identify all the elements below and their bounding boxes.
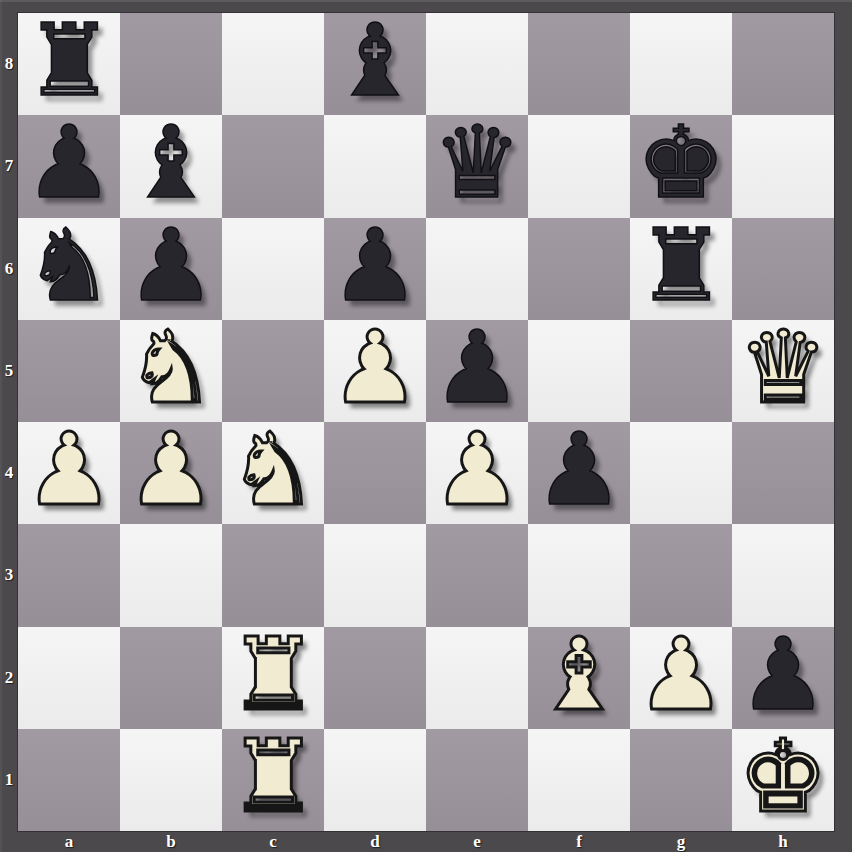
rank-label-5: 5 bbox=[0, 320, 18, 422]
file-label-c: c bbox=[222, 831, 324, 852]
piece-white-queen[interactable]: ♛ bbox=[738, 318, 828, 418]
piece-black-pawn[interactable]: ♟ bbox=[126, 216, 216, 316]
rank-label-6: 6 bbox=[0, 218, 18, 320]
piece-black-pawn[interactable]: ♟ bbox=[534, 420, 624, 520]
square-b7[interactable]: ♝ bbox=[120, 115, 222, 217]
square-g1[interactable] bbox=[630, 729, 732, 831]
square-a2[interactable] bbox=[18, 627, 120, 729]
file-labels: abcdefgh bbox=[18, 831, 834, 852]
square-d4[interactable] bbox=[324, 422, 426, 524]
piece-black-rook[interactable]: ♜ bbox=[24, 11, 114, 111]
square-h8[interactable] bbox=[732, 13, 834, 115]
square-e1[interactable] bbox=[426, 729, 528, 831]
square-a5[interactable] bbox=[18, 320, 120, 422]
piece-black-knight[interactable]: ♞ bbox=[24, 216, 114, 316]
square-d3[interactable] bbox=[324, 524, 426, 626]
piece-white-pawn[interactable]: ♟ bbox=[432, 420, 522, 520]
piece-white-pawn[interactable]: ♟ bbox=[126, 420, 216, 520]
square-c4[interactable]: ♞ bbox=[222, 422, 324, 524]
square-d6[interactable]: ♟ bbox=[324, 218, 426, 320]
piece-white-rook[interactable]: ♜ bbox=[228, 625, 318, 725]
square-h1[interactable]: ♚ bbox=[732, 729, 834, 831]
square-c8[interactable] bbox=[222, 13, 324, 115]
file-label-a: a bbox=[18, 831, 120, 852]
square-b4[interactable]: ♟ bbox=[120, 422, 222, 524]
piece-white-pawn[interactable]: ♟ bbox=[636, 625, 726, 725]
chess-board: ♜♝♟♝♛♚♞♟♟♜♞♟♟♛♟♟♞♟♟♜♝♟♟♜♚ bbox=[18, 13, 834, 831]
square-b1[interactable] bbox=[120, 729, 222, 831]
rank-label-8: 8 bbox=[0, 13, 18, 115]
piece-black-pawn[interactable]: ♟ bbox=[24, 113, 114, 213]
piece-black-queen[interactable]: ♛ bbox=[432, 113, 522, 213]
piece-black-bishop[interactable]: ♝ bbox=[126, 113, 216, 213]
square-h7[interactable] bbox=[732, 115, 834, 217]
square-c5[interactable] bbox=[222, 320, 324, 422]
piece-black-bishop[interactable]: ♝ bbox=[330, 11, 420, 111]
square-f8[interactable] bbox=[528, 13, 630, 115]
file-label-h: h bbox=[732, 831, 834, 852]
square-f2[interactable]: ♝ bbox=[528, 627, 630, 729]
square-d5[interactable]: ♟ bbox=[324, 320, 426, 422]
rank-label-2: 2 bbox=[0, 627, 18, 729]
square-b3[interactable] bbox=[120, 524, 222, 626]
square-a4[interactable]: ♟ bbox=[18, 422, 120, 524]
square-g8[interactable] bbox=[630, 13, 732, 115]
square-f6[interactable] bbox=[528, 218, 630, 320]
square-d1[interactable] bbox=[324, 729, 426, 831]
square-c7[interactable] bbox=[222, 115, 324, 217]
square-c1[interactable]: ♜ bbox=[222, 729, 324, 831]
chess-board-frame: 87654321 ♜♝♟♝♛♚♞♟♟♜♞♟♟♛♟♟♞♟♟♜♝♟♟♜♚ abcde… bbox=[0, 0, 852, 852]
square-a3[interactable] bbox=[18, 524, 120, 626]
square-a6[interactable]: ♞ bbox=[18, 218, 120, 320]
file-label-d: d bbox=[324, 831, 426, 852]
square-c3[interactable] bbox=[222, 524, 324, 626]
square-e5[interactable]: ♟ bbox=[426, 320, 528, 422]
piece-white-king[interactable]: ♚ bbox=[738, 727, 828, 827]
piece-white-pawn[interactable]: ♟ bbox=[330, 318, 420, 418]
square-b6[interactable]: ♟ bbox=[120, 218, 222, 320]
square-f3[interactable] bbox=[528, 524, 630, 626]
square-a7[interactable]: ♟ bbox=[18, 115, 120, 217]
square-b2[interactable] bbox=[120, 627, 222, 729]
square-c6[interactable] bbox=[222, 218, 324, 320]
piece-white-knight[interactable]: ♞ bbox=[228, 420, 318, 520]
square-d7[interactable] bbox=[324, 115, 426, 217]
square-f5[interactable] bbox=[528, 320, 630, 422]
square-e6[interactable] bbox=[426, 218, 528, 320]
piece-white-pawn[interactable]: ♟ bbox=[24, 420, 114, 520]
square-e3[interactable] bbox=[426, 524, 528, 626]
rank-label-7: 7 bbox=[0, 115, 18, 217]
square-e4[interactable]: ♟ bbox=[426, 422, 528, 524]
square-g2[interactable]: ♟ bbox=[630, 627, 732, 729]
square-h6[interactable] bbox=[732, 218, 834, 320]
piece-black-pawn[interactable]: ♟ bbox=[738, 625, 828, 725]
file-label-f: f bbox=[528, 831, 630, 852]
square-d8[interactable]: ♝ bbox=[324, 13, 426, 115]
piece-white-rook[interactable]: ♜ bbox=[228, 727, 318, 827]
piece-black-pawn[interactable]: ♟ bbox=[330, 216, 420, 316]
piece-white-knight[interactable]: ♞ bbox=[126, 318, 216, 418]
piece-black-king[interactable]: ♚ bbox=[636, 113, 726, 213]
rank-label-1: 1 bbox=[0, 729, 18, 831]
square-e7[interactable]: ♛ bbox=[426, 115, 528, 217]
square-a1[interactable] bbox=[18, 729, 120, 831]
square-f7[interactable] bbox=[528, 115, 630, 217]
square-h5[interactable]: ♛ bbox=[732, 320, 834, 422]
square-d2[interactable] bbox=[324, 627, 426, 729]
file-label-e: e bbox=[426, 831, 528, 852]
square-e8[interactable] bbox=[426, 13, 528, 115]
square-g3[interactable] bbox=[630, 524, 732, 626]
square-b8[interactable] bbox=[120, 13, 222, 115]
square-b5[interactable]: ♞ bbox=[120, 320, 222, 422]
square-h2[interactable]: ♟ bbox=[732, 627, 834, 729]
rank-label-4: 4 bbox=[0, 422, 18, 524]
rank-labels: 87654321 bbox=[0, 13, 18, 831]
rank-label-3: 3 bbox=[0, 524, 18, 626]
square-a8[interactable]: ♜ bbox=[18, 13, 120, 115]
file-label-g: g bbox=[630, 831, 732, 852]
square-f1[interactable] bbox=[528, 729, 630, 831]
square-g6[interactable]: ♜ bbox=[630, 218, 732, 320]
square-h3[interactable] bbox=[732, 524, 834, 626]
piece-white-bishop[interactable]: ♝ bbox=[534, 625, 624, 725]
square-g7[interactable]: ♚ bbox=[630, 115, 732, 217]
square-e2[interactable] bbox=[426, 627, 528, 729]
piece-black-rook[interactable]: ♜ bbox=[636, 216, 726, 316]
square-h4[interactable] bbox=[732, 422, 834, 524]
square-g5[interactable] bbox=[630, 320, 732, 422]
file-label-b: b bbox=[120, 831, 222, 852]
piece-black-pawn[interactable]: ♟ bbox=[432, 318, 522, 418]
square-g4[interactable] bbox=[630, 422, 732, 524]
square-c2[interactable]: ♜ bbox=[222, 627, 324, 729]
square-f4[interactable]: ♟ bbox=[528, 422, 630, 524]
